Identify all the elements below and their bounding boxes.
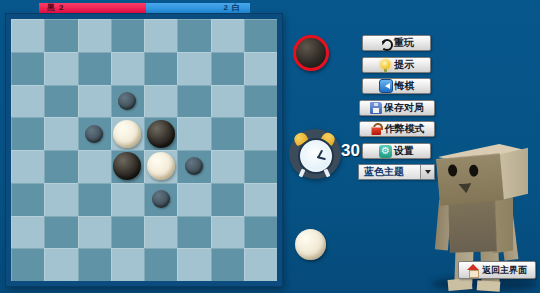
white-disc [113,120,141,148]
board-cell[interactable] [111,85,144,118]
board-cell[interactable] [244,183,277,216]
board-cell[interactable] [44,19,77,52]
black-score-bar: 黑 2 [39,3,146,13]
danbo-body [448,197,497,253]
white-tray-disc [295,229,326,260]
white-score-value: 2 [224,3,228,13]
board-cell[interactable] [211,248,244,281]
save-game-button[interactable]: 保存对局 [359,100,435,116]
board-cell[interactable] [11,85,44,118]
board-cell[interactable] [78,216,111,249]
board-cell[interactable] [11,248,44,281]
danbo-head-top [438,144,528,162]
board-cell[interactable] [211,117,244,150]
back-to-main-button[interactable]: 返回主界面 [458,261,536,279]
board-cell[interactable] [144,19,177,52]
cheat-icon [370,123,383,136]
danbo-right-foot [477,280,501,292]
move-hint-disc[interactable] [152,190,170,208]
move-hint-disc[interactable] [118,92,136,110]
replay-button-label: 重玩 [394,36,414,50]
board-cell[interactable] [111,150,144,183]
figure-shadow [432,277,538,291]
hint-button[interactable]: 提示 [362,57,431,73]
save-icon [370,102,382,114]
board-cell[interactable] [144,248,177,281]
board-cell[interactable] [111,52,144,85]
save-game-button-label: 保存对局 [384,101,424,115]
board-cell[interactable] [11,19,44,52]
board-cell[interactable] [144,85,177,118]
board-cell[interactable] [44,85,77,118]
danbo-head-side [500,148,528,200]
settings-icon [379,145,392,158]
board-cell[interactable] [177,19,210,52]
undo-button-label: 悔棋 [395,79,415,93]
board-cell[interactable] [244,216,277,249]
white-score-bar: 2 白 [146,3,250,13]
move-hint-disc[interactable] [85,125,103,143]
board-cell[interactable] [111,117,144,150]
danbo-left-foot [448,278,473,291]
board-cell[interactable] [211,150,244,183]
board-cell[interactable] [78,52,111,85]
danbo-eye [469,164,479,177]
board-cell[interactable] [44,52,77,85]
board-cell[interactable] [111,248,144,281]
danbo-left-arm [435,200,452,251]
undo-icon [379,79,393,93]
board-cell[interactable] [78,248,111,281]
current-turn-black-disc [293,35,329,71]
cheat-mode-button-label: 作弊模式 [385,122,425,136]
board-cell[interactable] [11,216,44,249]
board-cell[interactable] [44,248,77,281]
board-cell[interactable] [78,183,111,216]
board-cell[interactable] [244,52,277,85]
board-cell[interactable] [78,150,111,183]
board-cell[interactable] [144,150,177,183]
undo-button[interactable]: 悔棋 [362,78,431,94]
board-cell[interactable] [244,248,277,281]
white-disc [147,152,175,180]
black-score-value: 2 [59,3,63,13]
board-cell[interactable] [244,85,277,118]
board-cell[interactable] [11,183,44,216]
board-cell[interactable] [177,216,210,249]
board-cell[interactable] [211,85,244,118]
board-cell[interactable] [177,248,210,281]
board-cell[interactable] [144,52,177,85]
board-cell[interactable] [44,216,77,249]
board-cell[interactable] [211,216,244,249]
board-cell[interactable] [111,19,144,52]
board-cell[interactable] [111,183,144,216]
board-cell[interactable] [44,117,77,150]
board-cell[interactable] [177,52,210,85]
cheat-mode-button[interactable]: 作弊模式 [359,121,435,137]
board-cell[interactable] [78,117,111,150]
home-icon [467,264,480,276]
board-cell[interactable] [11,150,44,183]
board-cell[interactable] [177,117,210,150]
danbo-right-arm [498,202,519,260]
board-cell[interactable] [111,216,144,249]
white-score-label: 白 [232,3,240,13]
back-to-main-label: 返回主界面 [482,264,527,277]
board-cell[interactable] [244,117,277,150]
chevron-down-icon[interactable] [420,165,434,179]
settings-button-label: 设置 [394,144,414,158]
board-grid [11,19,277,281]
board-cell[interactable] [177,183,210,216]
board-cell[interactable] [144,117,177,150]
danbo-mouth [458,183,472,194]
board-cell[interactable] [144,216,177,249]
board-cell[interactable] [78,85,111,118]
timer-seconds: 30 [341,141,360,161]
move-hint-disc[interactable] [185,157,203,175]
board-cell[interactable] [211,52,244,85]
danbo-eye [448,164,458,177]
board-cell[interactable] [177,150,210,183]
board-cell[interactable] [11,52,44,85]
settings-button[interactable]: 设置 [362,143,431,159]
theme-dropdown[interactable]: 蓝色主题 [358,164,435,180]
board-cell[interactable] [44,150,77,183]
black-score-label: 黑 [47,3,55,13]
black-disc [113,152,141,180]
board-cell[interactable] [211,183,244,216]
board-cell[interactable] [244,150,277,183]
othello-board [6,14,282,286]
hint-button-label: 提示 [394,58,414,72]
replay-button[interactable]: 重玩 [362,35,431,51]
board-cell[interactable] [11,117,44,150]
board-cell[interactable] [78,19,111,52]
board-cell[interactable] [177,85,210,118]
timer-clock-icon [289,129,341,179]
danbo-head [436,153,504,205]
board-cell[interactable] [211,19,244,52]
hint-icon [379,59,392,72]
board-cell[interactable] [144,183,177,216]
board-cell[interactable] [244,19,277,52]
danbo-body-side [493,198,513,254]
black-disc [147,120,175,148]
theme-dropdown-value: 蓝色主题 [359,165,420,179]
board-cell[interactable] [44,183,77,216]
replay-icon [379,37,392,50]
